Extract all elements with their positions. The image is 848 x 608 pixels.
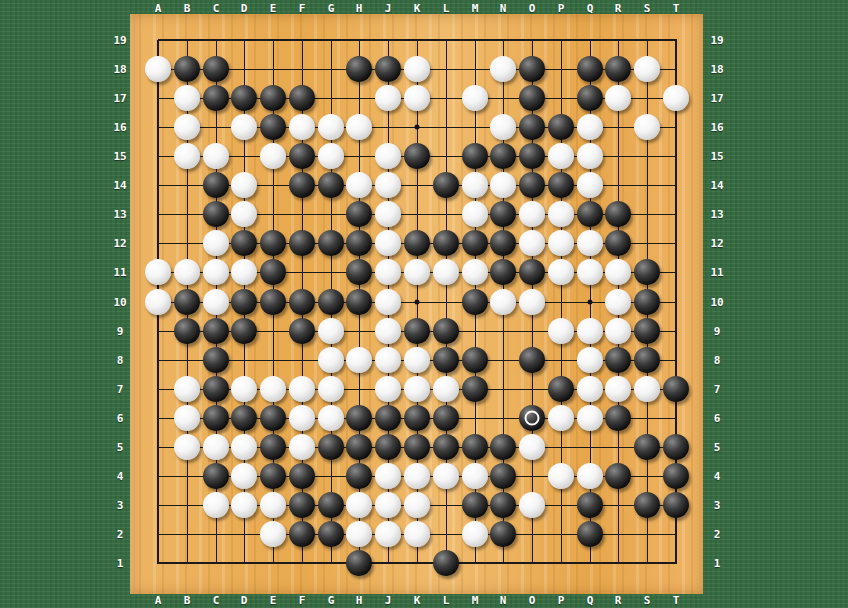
- black-stone-F3[interactable]: [289, 492, 315, 518]
- white-stone-G16[interactable]: [318, 114, 344, 140]
- white-stone-J4[interactable]: [375, 463, 401, 489]
- empty-intersection-H7[interactable]: [346, 376, 373, 403]
- white-stone-J14[interactable]: [375, 172, 401, 198]
- empty-intersection-O1[interactable]: [519, 550, 546, 577]
- white-stone-K11[interactable]: [404, 259, 430, 285]
- empty-intersection-P5[interactable]: [548, 434, 575, 461]
- empty-intersection-Q5[interactable]: [577, 434, 604, 461]
- white-stone-N18[interactable]: [490, 56, 516, 82]
- white-stone-C11[interactable]: [203, 259, 229, 285]
- black-stone-C13[interactable]: [203, 201, 229, 227]
- black-stone-G14[interactable]: [318, 172, 344, 198]
- black-stone-K12[interactable]: [404, 230, 430, 256]
- empty-intersection-P8[interactable]: [548, 347, 575, 374]
- black-stone-K5[interactable]: [404, 434, 430, 460]
- empty-intersection-A14[interactable]: [145, 172, 172, 199]
- empty-intersection-R3[interactable]: [605, 492, 632, 519]
- empty-intersection-M9[interactable]: [462, 318, 489, 345]
- empty-intersection-Q10[interactable]: [577, 289, 604, 316]
- empty-intersection-K1[interactable]: [404, 550, 431, 577]
- black-stone-B10[interactable]: [174, 289, 200, 315]
- white-stone-T17[interactable]: [663, 85, 689, 111]
- black-stone-D12[interactable]: [231, 230, 257, 256]
- black-stone-C8[interactable]: [203, 347, 229, 373]
- white-stone-J12[interactable]: [375, 230, 401, 256]
- empty-intersection-E18[interactable]: [260, 56, 287, 83]
- empty-intersection-L2[interactable]: [433, 521, 460, 548]
- black-stone-M7[interactable]: [462, 376, 488, 402]
- empty-intersection-T19[interactable]: [663, 27, 690, 54]
- empty-intersection-S2[interactable]: [634, 521, 661, 548]
- empty-intersection-K14[interactable]: [404, 172, 431, 199]
- black-stone-M15[interactable]: [462, 143, 488, 169]
- black-stone-S9[interactable]: [634, 318, 660, 344]
- white-stone-B17[interactable]: [174, 85, 200, 111]
- empty-intersection-H9[interactable]: [346, 318, 373, 345]
- black-stone-O8[interactable]: [519, 347, 545, 373]
- black-stone-Q17[interactable]: [577, 85, 603, 111]
- empty-intersection-M19[interactable]: [462, 27, 489, 54]
- white-stone-R10[interactable]: [605, 289, 631, 315]
- white-stone-Q9[interactable]: [577, 318, 603, 344]
- empty-intersection-A9[interactable]: [145, 318, 172, 345]
- black-stone-O14[interactable]: [519, 172, 545, 198]
- white-stone-A11[interactable]: [145, 259, 171, 285]
- white-stone-K3[interactable]: [404, 492, 430, 518]
- empty-intersection-C16[interactable]: [203, 114, 230, 141]
- black-stone-N11[interactable]: [490, 259, 516, 285]
- white-stone-C3[interactable]: [203, 492, 229, 518]
- white-stone-J11[interactable]: [375, 259, 401, 285]
- empty-intersection-N9[interactable]: [490, 318, 517, 345]
- empty-intersection-L13[interactable]: [433, 201, 460, 228]
- black-stone-O18[interactable]: [519, 56, 545, 82]
- empty-intersection-N7[interactable]: [490, 376, 517, 403]
- black-stone-Q2[interactable]: [577, 521, 603, 547]
- black-stone-G10[interactable]: [318, 289, 344, 315]
- empty-intersection-B3[interactable]: [174, 492, 201, 519]
- white-stone-Q6[interactable]: [577, 405, 603, 431]
- empty-intersection-O4[interactable]: [519, 463, 546, 490]
- empty-intersection-H17[interactable]: [346, 85, 373, 112]
- white-stone-S18[interactable]: [634, 56, 660, 82]
- black-stone-F10[interactable]: [289, 289, 315, 315]
- empty-intersection-N19[interactable]: [490, 27, 517, 54]
- black-stone-C4[interactable]: [203, 463, 229, 489]
- black-stone-S10[interactable]: [634, 289, 660, 315]
- empty-intersection-A16[interactable]: [145, 114, 172, 141]
- white-stone-O10[interactable]: [519, 289, 545, 315]
- empty-intersection-H19[interactable]: [346, 27, 373, 54]
- white-stone-D7[interactable]: [231, 376, 257, 402]
- white-stone-N14[interactable]: [490, 172, 516, 198]
- white-stone-R17[interactable]: [605, 85, 631, 111]
- empty-intersection-O9[interactable]: [519, 318, 546, 345]
- empty-intersection-B14[interactable]: [174, 172, 201, 199]
- empty-intersection-P19[interactable]: [548, 27, 575, 54]
- empty-intersection-C19[interactable]: [203, 27, 230, 54]
- empty-intersection-P3[interactable]: [548, 492, 575, 519]
- empty-intersection-T15[interactable]: [663, 143, 690, 170]
- empty-intersection-O7[interactable]: [519, 376, 546, 403]
- black-stone-H5[interactable]: [346, 434, 372, 460]
- white-stone-G8[interactable]: [318, 347, 344, 373]
- empty-intersection-F8[interactable]: [289, 347, 316, 374]
- black-stone-F9[interactable]: [289, 318, 315, 344]
- white-stone-K8[interactable]: [404, 347, 430, 373]
- white-stone-P13[interactable]: [548, 201, 574, 227]
- empty-intersection-A1[interactable]: [145, 550, 172, 577]
- empty-intersection-K13[interactable]: [404, 201, 431, 228]
- black-stone-T7[interactable]: [663, 376, 689, 402]
- empty-intersection-H15[interactable]: [346, 143, 373, 170]
- white-stone-E15[interactable]: [260, 143, 286, 169]
- black-stone-Q3[interactable]: [577, 492, 603, 518]
- white-stone-G15[interactable]: [318, 143, 344, 169]
- white-stone-B5[interactable]: [174, 434, 200, 460]
- black-stone-S11[interactable]: [634, 259, 660, 285]
- white-stone-C12[interactable]: [203, 230, 229, 256]
- white-stone-B7[interactable]: [174, 376, 200, 402]
- empty-intersection-A2[interactable]: [145, 521, 172, 548]
- white-stone-D16[interactable]: [231, 114, 257, 140]
- black-stone-O16[interactable]: [519, 114, 545, 140]
- black-stone-Q13[interactable]: [577, 201, 603, 227]
- black-stone-P7[interactable]: [548, 376, 574, 402]
- white-stone-G9[interactable]: [318, 318, 344, 344]
- white-stone-B15[interactable]: [174, 143, 200, 169]
- white-stone-H3[interactable]: [346, 492, 372, 518]
- black-stone-S5[interactable]: [634, 434, 660, 460]
- empty-intersection-B4[interactable]: [174, 463, 201, 490]
- black-stone-C14[interactable]: [203, 172, 229, 198]
- white-stone-A10[interactable]: [145, 289, 171, 315]
- white-stone-Q4[interactable]: [577, 463, 603, 489]
- black-stone-H4[interactable]: [346, 463, 372, 489]
- white-stone-R9[interactable]: [605, 318, 631, 344]
- empty-intersection-G19[interactable]: [318, 27, 345, 54]
- empty-intersection-T10[interactable]: [663, 289, 690, 316]
- white-stone-M4[interactable]: [462, 463, 488, 489]
- black-stone-E11[interactable]: [260, 259, 286, 285]
- white-stone-H14[interactable]: [346, 172, 372, 198]
- empty-intersection-R19[interactable]: [605, 27, 632, 54]
- empty-intersection-K16[interactable]: [404, 114, 431, 141]
- empty-intersection-B1[interactable]: [174, 550, 201, 577]
- empty-intersection-E1[interactable]: [260, 550, 287, 577]
- black-stone-J18[interactable]: [375, 56, 401, 82]
- empty-intersection-E8[interactable]: [260, 347, 287, 374]
- black-stone-N13[interactable]: [490, 201, 516, 227]
- black-stone-M5[interactable]: [462, 434, 488, 460]
- empty-intersection-S6[interactable]: [634, 405, 661, 432]
- black-stone-H6[interactable]: [346, 405, 372, 431]
- empty-intersection-T6[interactable]: [663, 405, 690, 432]
- white-stone-M11[interactable]: [462, 259, 488, 285]
- black-stone-H11[interactable]: [346, 259, 372, 285]
- empty-intersection-G18[interactable]: [318, 56, 345, 83]
- black-stone-F4[interactable]: [289, 463, 315, 489]
- empty-intersection-L17[interactable]: [433, 85, 460, 112]
- white-stone-E3[interactable]: [260, 492, 286, 518]
- empty-intersection-F11[interactable]: [289, 259, 316, 286]
- white-stone-K4[interactable]: [404, 463, 430, 489]
- black-stone-O6[interactable]: [519, 405, 545, 431]
- empty-intersection-T11[interactable]: [663, 259, 690, 286]
- white-stone-N10[interactable]: [490, 289, 516, 315]
- white-stone-H2[interactable]: [346, 521, 372, 547]
- empty-intersection-P2[interactable]: [548, 521, 575, 548]
- black-stone-E17[interactable]: [260, 85, 286, 111]
- empty-intersection-J1[interactable]: [375, 550, 402, 577]
- empty-intersection-T16[interactable]: [663, 114, 690, 141]
- black-stone-S3[interactable]: [634, 492, 660, 518]
- white-stone-G6[interactable]: [318, 405, 344, 431]
- empty-intersection-L10[interactable]: [433, 289, 460, 316]
- empty-intersection-M1[interactable]: [462, 550, 489, 577]
- empty-intersection-G11[interactable]: [318, 259, 345, 286]
- white-stone-L7[interactable]: [433, 376, 459, 402]
- black-stone-H18[interactable]: [346, 56, 372, 82]
- empty-intersection-P17[interactable]: [548, 85, 575, 112]
- white-stone-Q14[interactable]: [577, 172, 603, 198]
- empty-intersection-S13[interactable]: [634, 201, 661, 228]
- empty-intersection-R16[interactable]: [605, 114, 632, 141]
- empty-intersection-N17[interactable]: [490, 85, 517, 112]
- black-stone-O11[interactable]: [519, 259, 545, 285]
- empty-intersection-A12[interactable]: [145, 230, 172, 257]
- black-stone-H10[interactable]: [346, 289, 372, 315]
- black-stone-C17[interactable]: [203, 85, 229, 111]
- white-stone-F5[interactable]: [289, 434, 315, 460]
- black-stone-E4[interactable]: [260, 463, 286, 489]
- black-stone-G3[interactable]: [318, 492, 344, 518]
- white-stone-D14[interactable]: [231, 172, 257, 198]
- white-stone-Q8[interactable]: [577, 347, 603, 373]
- empty-intersection-L16[interactable]: [433, 114, 460, 141]
- white-stone-R7[interactable]: [605, 376, 631, 402]
- white-stone-P15[interactable]: [548, 143, 574, 169]
- black-stone-C18[interactable]: [203, 56, 229, 82]
- white-stone-O12[interactable]: [519, 230, 545, 256]
- white-stone-C10[interactable]: [203, 289, 229, 315]
- empty-intersection-R1[interactable]: [605, 550, 632, 577]
- empty-intersection-D2[interactable]: [231, 521, 258, 548]
- empty-intersection-D18[interactable]: [231, 56, 258, 83]
- empty-intersection-G13[interactable]: [318, 201, 345, 228]
- empty-intersection-A4[interactable]: [145, 463, 172, 490]
- empty-intersection-P1[interactable]: [548, 550, 575, 577]
- empty-intersection-F1[interactable]: [289, 550, 316, 577]
- empty-intersection-G4[interactable]: [318, 463, 345, 490]
- black-stone-F2[interactable]: [289, 521, 315, 547]
- empty-intersection-A15[interactable]: [145, 143, 172, 170]
- white-stone-J2[interactable]: [375, 521, 401, 547]
- white-stone-O13[interactable]: [519, 201, 545, 227]
- empty-intersection-F18[interactable]: [289, 56, 316, 83]
- white-stone-M2[interactable]: [462, 521, 488, 547]
- white-stone-D3[interactable]: [231, 492, 257, 518]
- empty-intersection-S17[interactable]: [634, 85, 661, 112]
- black-stone-F12[interactable]: [289, 230, 315, 256]
- white-stone-P6[interactable]: [548, 405, 574, 431]
- empty-intersection-G17[interactable]: [318, 85, 345, 112]
- white-stone-B11[interactable]: [174, 259, 200, 285]
- empty-intersection-G1[interactable]: [318, 550, 345, 577]
- white-stone-Q12[interactable]: [577, 230, 603, 256]
- black-stone-O17[interactable]: [519, 85, 545, 111]
- black-stone-F15[interactable]: [289, 143, 315, 169]
- black-stone-C7[interactable]: [203, 376, 229, 402]
- empty-intersection-T9[interactable]: [663, 318, 690, 345]
- black-stone-G5[interactable]: [318, 434, 344, 460]
- white-stone-K2[interactable]: [404, 521, 430, 547]
- white-stone-J7[interactable]: [375, 376, 401, 402]
- black-stone-B9[interactable]: [174, 318, 200, 344]
- white-stone-B16[interactable]: [174, 114, 200, 140]
- black-stone-N5[interactable]: [490, 434, 516, 460]
- black-stone-N3[interactable]: [490, 492, 516, 518]
- white-stone-L4[interactable]: [433, 463, 459, 489]
- black-stone-E10[interactable]: [260, 289, 286, 315]
- white-stone-G7[interactable]: [318, 376, 344, 402]
- empty-intersection-L18[interactable]: [433, 56, 460, 83]
- white-stone-K17[interactable]: [404, 85, 430, 111]
- empty-intersection-T8[interactable]: [663, 347, 690, 374]
- white-stone-J9[interactable]: [375, 318, 401, 344]
- white-stone-P4[interactable]: [548, 463, 574, 489]
- empty-intersection-C1[interactable]: [203, 550, 230, 577]
- black-stone-P14[interactable]: [548, 172, 574, 198]
- empty-intersection-L3[interactable]: [433, 492, 460, 519]
- empty-intersection-A3[interactable]: [145, 492, 172, 519]
- black-stone-T5[interactable]: [663, 434, 689, 460]
- empty-intersection-B12[interactable]: [174, 230, 201, 257]
- white-stone-D4[interactable]: [231, 463, 257, 489]
- empty-intersection-A19[interactable]: [145, 27, 172, 54]
- black-stone-J6[interactable]: [375, 405, 401, 431]
- black-stone-N12[interactable]: [490, 230, 516, 256]
- empty-intersection-P10[interactable]: [548, 289, 575, 316]
- white-stone-D13[interactable]: [231, 201, 257, 227]
- black-stone-E12[interactable]: [260, 230, 286, 256]
- black-stone-B18[interactable]: [174, 56, 200, 82]
- empty-intersection-T18[interactable]: [663, 56, 690, 83]
- black-stone-K15[interactable]: [404, 143, 430, 169]
- empty-intersection-R14[interactable]: [605, 172, 632, 199]
- black-stone-M8[interactable]: [462, 347, 488, 373]
- white-stone-J10[interactable]: [375, 289, 401, 315]
- empty-intersection-S15[interactable]: [634, 143, 661, 170]
- black-stone-L6[interactable]: [433, 405, 459, 431]
- empty-intersection-S14[interactable]: [634, 172, 661, 199]
- black-stone-H13[interactable]: [346, 201, 372, 227]
- empty-intersection-P18[interactable]: [548, 56, 575, 83]
- empty-intersection-E19[interactable]: [260, 27, 287, 54]
- empty-intersection-T12[interactable]: [663, 230, 690, 257]
- black-stone-L14[interactable]: [433, 172, 459, 198]
- empty-intersection-F19[interactable]: [289, 27, 316, 54]
- empty-intersection-N1[interactable]: [490, 550, 517, 577]
- empty-intersection-B2[interactable]: [174, 521, 201, 548]
- white-stone-M17[interactable]: [462, 85, 488, 111]
- white-stone-C15[interactable]: [203, 143, 229, 169]
- empty-intersection-D19[interactable]: [231, 27, 258, 54]
- white-stone-J15[interactable]: [375, 143, 401, 169]
- black-stone-M3[interactable]: [462, 492, 488, 518]
- empty-intersection-R15[interactable]: [605, 143, 632, 170]
- black-stone-C6[interactable]: [203, 405, 229, 431]
- black-stone-O15[interactable]: [519, 143, 545, 169]
- empty-intersection-R2[interactable]: [605, 521, 632, 548]
- black-stone-R4[interactable]: [605, 463, 631, 489]
- white-stone-L11[interactable]: [433, 259, 459, 285]
- black-stone-R18[interactable]: [605, 56, 631, 82]
- black-stone-L12[interactable]: [433, 230, 459, 256]
- empty-intersection-S19[interactable]: [634, 27, 661, 54]
- black-stone-K6[interactable]: [404, 405, 430, 431]
- empty-intersection-K10[interactable]: [404, 289, 431, 316]
- black-stone-G2[interactable]: [318, 521, 344, 547]
- black-stone-C9[interactable]: [203, 318, 229, 344]
- empty-intersection-S1[interactable]: [634, 550, 661, 577]
- black-stone-N2[interactable]: [490, 521, 516, 547]
- empty-intersection-J16[interactable]: [375, 114, 402, 141]
- empty-intersection-J19[interactable]: [375, 27, 402, 54]
- black-stone-L1[interactable]: [433, 550, 459, 576]
- black-stone-L9[interactable]: [433, 318, 459, 344]
- empty-intersection-A6[interactable]: [145, 405, 172, 432]
- white-stone-H8[interactable]: [346, 347, 372, 373]
- empty-intersection-S12[interactable]: [634, 230, 661, 257]
- white-stone-K18[interactable]: [404, 56, 430, 82]
- empty-intersection-D1[interactable]: [231, 550, 258, 577]
- empty-intersection-N6[interactable]: [490, 405, 517, 432]
- white-stone-C5[interactable]: [203, 434, 229, 460]
- empty-intersection-K19[interactable]: [404, 27, 431, 54]
- white-stone-B6[interactable]: [174, 405, 200, 431]
- white-stone-Q11[interactable]: [577, 259, 603, 285]
- black-stone-K9[interactable]: [404, 318, 430, 344]
- white-stone-P12[interactable]: [548, 230, 574, 256]
- empty-intersection-S4[interactable]: [634, 463, 661, 490]
- black-stone-F14[interactable]: [289, 172, 315, 198]
- empty-intersection-L15[interactable]: [433, 143, 460, 170]
- empty-intersection-F13[interactable]: [289, 201, 316, 228]
- white-stone-J17[interactable]: [375, 85, 401, 111]
- black-stone-P16[interactable]: [548, 114, 574, 140]
- white-stone-S16[interactable]: [634, 114, 660, 140]
- white-stone-Q16[interactable]: [577, 114, 603, 140]
- black-stone-M10[interactable]: [462, 289, 488, 315]
- black-stone-R13[interactable]: [605, 201, 631, 227]
- black-stone-T4[interactable]: [663, 463, 689, 489]
- black-stone-L5[interactable]: [433, 434, 459, 460]
- black-stone-Q18[interactable]: [577, 56, 603, 82]
- black-stone-H12[interactable]: [346, 230, 372, 256]
- white-stone-S7[interactable]: [634, 376, 660, 402]
- black-stone-E6[interactable]: [260, 405, 286, 431]
- empty-intersection-R5[interactable]: [605, 434, 632, 461]
- black-stone-N15[interactable]: [490, 143, 516, 169]
- white-stone-M13[interactable]: [462, 201, 488, 227]
- white-stone-Q7[interactable]: [577, 376, 603, 402]
- white-stone-E7[interactable]: [260, 376, 286, 402]
- white-stone-J3[interactable]: [375, 492, 401, 518]
- white-stone-N16[interactable]: [490, 114, 516, 140]
- black-stone-D10[interactable]: [231, 289, 257, 315]
- empty-intersection-T1[interactable]: [663, 550, 690, 577]
